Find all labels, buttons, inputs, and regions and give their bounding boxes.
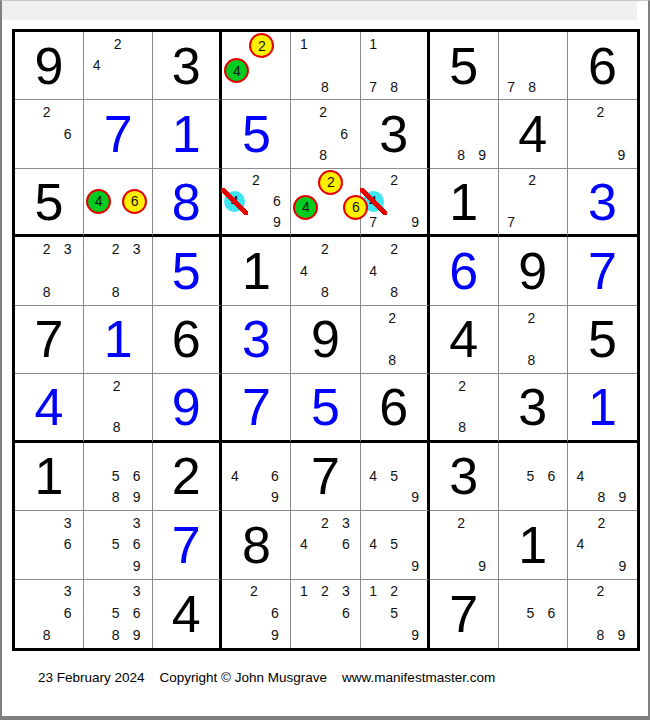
candidate-5: 5	[384, 603, 405, 624]
pencil-marks: 2469	[222, 169, 290, 234]
cell-r6c6[interactable]: 6	[361, 374, 430, 442]
candidate-4: 4	[363, 465, 384, 486]
cell-r2c4[interactable]: 5	[222, 100, 291, 168]
footer-date: 23 February 2024	[38, 670, 145, 685]
candidate-2-yellow: 2	[318, 170, 343, 195]
cell-r7c6[interactable]: 459	[361, 443, 430, 511]
candidate-9: 9	[264, 487, 285, 508]
cell-r2c8[interactable]: 4	[499, 100, 568, 168]
given-digit: 9	[35, 40, 64, 92]
cell-r3c9[interactable]: 3	[568, 169, 637, 237]
cell-r6c1[interactable]: 4	[15, 374, 84, 442]
candidate-8: 8	[314, 282, 335, 303]
solved-digit: 7	[104, 108, 133, 160]
candidate-9: 9	[126, 487, 147, 508]
cell-r7c9[interactable]: 489	[568, 443, 637, 511]
cell-r1c4[interactable]: 24	[222, 32, 291, 100]
cell-r1c1[interactable]: 9	[15, 32, 84, 100]
pencil-marks: 78	[499, 32, 567, 99]
footer-copyright: Copyright © John Musgrave	[160, 670, 328, 685]
candidate-2: 2	[382, 307, 403, 328]
candidate-9: 9	[405, 625, 426, 646]
cell-r9c3[interactable]: 4	[153, 580, 222, 648]
pencil-marks: 5689	[84, 443, 152, 510]
solved-digit: 5	[311, 381, 340, 433]
candidate-6: 6	[334, 123, 355, 144]
given-digit: 7	[449, 588, 478, 640]
candidate-2: 2	[314, 239, 335, 260]
cell-r9c7[interactable]: 7	[430, 580, 499, 648]
cell-r5c3[interactable]: 6	[153, 306, 222, 374]
cell-r5c5[interactable]: 9	[291, 306, 360, 374]
cell-r3c3[interactable]: 8	[153, 169, 222, 237]
candidate-3: 3	[126, 581, 147, 602]
cell-r8c2[interactable]: 3569	[84, 511, 153, 579]
cell-r3c8[interactable]: 27	[499, 169, 568, 237]
candidate-4-green: 4	[293, 195, 318, 220]
candidate-3: 3	[126, 239, 147, 260]
candidate-8: 8	[384, 282, 405, 303]
cell-r7c3[interactable]: 2	[153, 443, 222, 511]
given-digit: 5	[35, 176, 64, 228]
sudoku-board: 9243241817857862671526838942954682469246…	[12, 29, 640, 651]
candidate-8: 8	[452, 417, 473, 438]
pencil-marks: 178	[361, 32, 427, 99]
candidate-2: 2	[106, 375, 127, 396]
solved-digit: 1	[104, 313, 133, 365]
solved-digit: 4	[35, 381, 64, 433]
pencil-marks: 18	[291, 32, 359, 99]
candidate-8: 8	[522, 76, 543, 97]
candidate-9: 9	[612, 487, 633, 508]
pencil-marks: 2346	[291, 511, 359, 578]
given-digit: 5	[449, 40, 478, 92]
pencil-marks: 56	[499, 443, 567, 510]
cell-r6c2[interactable]: 28	[84, 374, 153, 442]
candidate-4: 4	[570, 534, 591, 555]
cell-r9c5[interactable]: 1236	[291, 580, 360, 648]
candidate-2: 2	[521, 307, 542, 328]
pencil-marks: 28	[84, 374, 152, 439]
candidate-4: 4	[224, 465, 245, 486]
candidate-1: 1	[293, 581, 314, 602]
cell-r7c7[interactable]: 3	[430, 443, 499, 511]
given-digit: 4	[449, 313, 478, 365]
candidate-2: 2	[36, 239, 57, 260]
pencil-marks: 249	[568, 511, 637, 578]
candidate-2: 2	[384, 581, 405, 602]
pencil-marks: 29	[430, 511, 498, 578]
cell-r1c7[interactable]: 5	[430, 32, 499, 100]
candidate-9: 9	[126, 555, 147, 576]
cell-r3c5[interactable]: 246	[291, 169, 360, 237]
candidate-9: 9	[472, 145, 493, 166]
candidate-2: 2	[243, 581, 264, 602]
candidate-8: 8	[36, 625, 57, 646]
candidate-2: 2	[591, 512, 612, 533]
pencil-marks: 268	[291, 100, 359, 167]
cell-r3c4[interactable]: 2469	[222, 169, 291, 237]
pencil-marks: 35689	[84, 580, 152, 648]
pencil-marks: 238	[15, 237, 83, 304]
candidate-3: 3	[335, 581, 356, 602]
candidate-7: 7	[363, 212, 384, 233]
cell-r4c5[interactable]: 248	[291, 237, 360, 305]
candidate-6: 6	[541, 603, 562, 624]
candidate-8: 8	[313, 145, 334, 166]
pencil-marks: 28	[430, 374, 498, 439]
cell-r2c3[interactable]: 1	[153, 100, 222, 168]
pencil-marks: 28	[361, 306, 427, 373]
title-bar	[2, 1, 637, 20]
pencil-marks: 289	[568, 580, 637, 648]
candidate-3: 3	[57, 239, 78, 260]
pencil-marks: 269	[222, 580, 290, 648]
given-digit: 7	[311, 450, 340, 502]
candidate-8: 8	[382, 350, 403, 371]
candidate-8: 8	[384, 76, 405, 97]
given-digit: 1	[242, 245, 271, 297]
pencil-marks: 238	[84, 237, 152, 304]
pencil-marks: 27	[499, 169, 567, 234]
cell-r5c8[interactable]: 28	[499, 306, 568, 374]
cell-r6c8[interactable]: 3	[499, 374, 568, 442]
candidate-7: 7	[363, 76, 384, 97]
candidate-4: 4	[86, 55, 107, 76]
given-digit: 7	[35, 313, 64, 365]
candidate-6: 6	[335, 534, 356, 555]
given-digit: 9	[518, 245, 547, 297]
given-digit: 9	[311, 313, 340, 365]
cell-r4c8[interactable]: 9	[499, 237, 568, 305]
cell-r9c9[interactable]: 289	[568, 580, 637, 648]
candidate-2: 2	[451, 512, 472, 533]
cell-r1c8[interactable]: 78	[499, 32, 568, 100]
candidate-2: 2	[313, 102, 334, 123]
candidate-1: 1	[363, 33, 384, 54]
candidate-5: 5	[105, 603, 126, 624]
candidate-4: 4	[363, 534, 384, 555]
cell-r4c7[interactable]: 6	[430, 237, 499, 305]
cell-r5c7[interactable]: 4	[430, 306, 499, 374]
candidate-6: 6	[335, 603, 356, 624]
candidate-9: 9	[612, 555, 633, 576]
candidate-8: 8	[590, 625, 611, 646]
candidate-4-green: 4	[224, 58, 249, 83]
candidate-4-green: 4	[86, 189, 111, 214]
cell-r7c4[interactable]: 469	[222, 443, 291, 511]
solved-digit: 9	[172, 381, 201, 433]
cell-r2c2[interactable]: 7	[84, 100, 153, 168]
cell-r6c4[interactable]: 7	[222, 374, 291, 442]
candidate-5: 5	[384, 534, 405, 555]
candidate-7: 7	[501, 211, 522, 232]
candidate-8: 8	[105, 625, 126, 646]
candidate-4: 4	[570, 465, 591, 486]
cell-r8c6[interactable]: 459	[361, 511, 430, 579]
given-digit: 3	[518, 381, 547, 433]
candidate-5: 5	[105, 465, 126, 486]
solved-digit: 8	[172, 176, 201, 228]
pencil-marks: 24	[84, 32, 152, 99]
candidate-8: 8	[105, 487, 126, 508]
candidate-9: 9	[264, 625, 285, 646]
given-digit: 6	[588, 40, 617, 92]
given-digit: 1	[518, 519, 547, 571]
candidate-8: 8	[105, 282, 126, 303]
cell-r5c2[interactable]: 1	[84, 306, 153, 374]
candidate-6: 6	[126, 465, 147, 486]
cell-r5c6[interactable]: 28	[361, 306, 430, 374]
given-digit: 4	[518, 108, 547, 160]
pencil-marks: 459	[361, 511, 427, 578]
candidate-4: 4	[293, 260, 314, 281]
candidate-6-yellow: 6	[122, 189, 147, 214]
cell-r5c9[interactable]: 5	[568, 306, 637, 374]
cell-r5c1[interactable]: 7	[15, 306, 84, 374]
cell-r7c1[interactable]: 1	[15, 443, 84, 511]
footer: 23 February 2024 Copyright © John Musgra…	[38, 670, 495, 685]
candidate-2-yellow: 2	[249, 33, 274, 58]
given-digit: 1	[35, 450, 64, 502]
pencil-marks: 2479	[361, 169, 427, 234]
cell-r3c2[interactable]: 46	[84, 169, 153, 237]
cell-r6c9[interactable]: 1	[568, 374, 637, 442]
footer-website: www.manifestmaster.com	[342, 670, 495, 685]
pencil-marks: 469	[222, 443, 290, 510]
candidate-1: 1	[363, 581, 384, 602]
cell-r1c5[interactable]: 18	[291, 32, 360, 100]
candidate-2: 2	[105, 239, 126, 260]
candidate-6: 6	[57, 534, 78, 555]
candidate-9: 9	[126, 625, 147, 646]
solved-digit: 1	[588, 381, 617, 433]
cell-r9c1[interactable]: 368	[15, 580, 84, 648]
given-digit: 6	[379, 381, 408, 433]
candidate-2: 2	[384, 170, 405, 191]
candidate-9: 9	[405, 212, 426, 233]
candidate-6: 6	[266, 191, 287, 212]
candidate-3: 3	[335, 512, 356, 533]
candidate-5: 5	[520, 465, 541, 486]
cell-r4c6[interactable]: 248	[361, 237, 430, 305]
candidate-2: 2	[107, 33, 128, 54]
candidate-5: 5	[384, 465, 405, 486]
cell-r4c4[interactable]: 1	[222, 237, 291, 305]
cell-r7c2[interactable]: 5689	[84, 443, 153, 511]
solved-digit: 3	[242, 313, 271, 365]
cell-r9c8[interactable]: 56	[499, 580, 568, 648]
solved-digit: 5	[242, 108, 271, 160]
cell-r8c3[interactable]: 7	[153, 511, 222, 579]
candidate-6: 6	[57, 123, 78, 144]
pencil-marks: 89	[430, 100, 498, 167]
candidate-3: 3	[57, 512, 78, 533]
candidate-6: 6	[126, 603, 147, 624]
given-digit: 3	[449, 450, 478, 502]
cell-r4c2[interactable]: 238	[84, 237, 153, 305]
candidate-6: 6	[264, 603, 285, 624]
pencil-marks: 56	[499, 580, 567, 648]
given-digit: 6	[172, 313, 201, 365]
pencil-marks: 248	[291, 237, 359, 304]
pencil-marks: 3569	[84, 511, 152, 578]
given-digit: 3	[172, 40, 201, 92]
cell-r1c2[interactable]: 24	[84, 32, 153, 100]
pencil-marks: 1259	[361, 580, 427, 648]
candidate-7: 7	[501, 76, 522, 97]
candidate-5: 5	[520, 603, 541, 624]
cell-r1c6[interactable]: 178	[361, 32, 430, 100]
solved-digit: 1	[172, 108, 201, 160]
candidate-4: 4	[363, 260, 384, 281]
pencil-marks: 459	[361, 443, 427, 510]
cell-r1c3[interactable]: 3	[153, 32, 222, 100]
candidate-6: 6	[126, 534, 147, 555]
solved-digit: 6	[449, 245, 478, 297]
candidate-2: 2	[314, 581, 335, 602]
candidate-9: 9	[405, 487, 426, 508]
cell-r3c7[interactable]: 1	[430, 169, 499, 237]
pencil-marks: 368	[15, 580, 83, 648]
cell-r9c6[interactable]: 1259	[361, 580, 430, 648]
candidate-8: 8	[591, 487, 612, 508]
candidate-2: 2	[590, 581, 611, 602]
cell-r3c6[interactable]: 2479	[361, 169, 430, 237]
candidate-5: 5	[105, 534, 126, 555]
candidate-9: 9	[405, 555, 426, 576]
candidate-8: 8	[314, 76, 335, 97]
solved-digit: 7	[172, 519, 201, 571]
app-window: 9243241817857862671526838942954682469246…	[0, 0, 650, 720]
cell-r8c4[interactable]: 8	[222, 511, 291, 579]
cell-r4c1[interactable]: 238	[15, 237, 84, 305]
cell-r6c7[interactable]: 28	[430, 374, 499, 442]
candidate-6: 6	[57, 603, 78, 624]
cell-r5c4[interactable]: 3	[222, 306, 291, 374]
given-digit: 5	[588, 313, 617, 365]
cell-r8c7[interactable]: 29	[430, 511, 499, 579]
cell-r2c1[interactable]: 26	[15, 100, 84, 168]
pencil-marks: 26	[15, 100, 83, 167]
candidate-6: 6	[541, 465, 562, 486]
candidate-9: 9	[611, 145, 632, 166]
solved-digit: 7	[588, 245, 617, 297]
pencil-marks: 36	[15, 511, 83, 578]
candidate-2: 2	[36, 102, 57, 123]
pencil-marks: 46	[84, 169, 152, 234]
cell-r2c7[interactable]: 89	[430, 100, 499, 168]
pencil-marks: 28	[499, 306, 567, 373]
cell-r4c9[interactable]: 7	[568, 237, 637, 305]
candidate-2: 2	[590, 102, 611, 123]
cell-r1c9[interactable]: 6	[568, 32, 637, 100]
cell-r7c8[interactable]: 56	[499, 443, 568, 511]
candidate-3: 3	[57, 581, 78, 602]
candidate-2: 2	[522, 170, 543, 191]
cell-r2c9[interactable]: 29	[568, 100, 637, 168]
candidate-2: 2	[245, 170, 266, 191]
given-digit: 3	[379, 108, 408, 160]
candidate-9: 9	[266, 212, 287, 233]
pencil-marks: 29	[568, 100, 637, 167]
cell-r8c1[interactable]: 36	[15, 511, 84, 579]
cell-r3c1[interactable]: 5	[15, 169, 84, 237]
cell-r9c2[interactable]: 35689	[84, 580, 153, 648]
cell-r8c8[interactable]: 1	[499, 511, 568, 579]
cell-r2c6[interactable]: 3	[361, 100, 430, 168]
candidate-8: 8	[521, 350, 542, 371]
candidate-6: 6	[264, 465, 285, 486]
given-digit: 1	[449, 176, 478, 228]
pencil-marks: 1236	[291, 580, 359, 648]
candidate-9: 9	[472, 555, 493, 576]
pencil-marks: 489	[568, 443, 637, 510]
given-digit: 4	[172, 588, 201, 640]
solved-digit: 7	[242, 381, 271, 433]
cell-r6c5[interactable]: 5	[291, 374, 360, 442]
candidate-3: 3	[126, 512, 147, 533]
cell-r4c3[interactable]: 5	[153, 237, 222, 305]
pencil-marks: 246	[291, 169, 359, 234]
pencil-marks: 248	[361, 237, 427, 304]
cell-r8c9[interactable]: 249	[568, 511, 637, 579]
given-digit: 8	[242, 519, 271, 571]
cell-r2c5[interactable]: 268	[291, 100, 360, 168]
cell-r8c5[interactable]: 2346	[291, 511, 360, 579]
candidate-8: 8	[36, 282, 57, 303]
candidate-2: 2	[384, 239, 405, 260]
candidate-4: 4	[293, 534, 314, 555]
candidate-2: 2	[452, 375, 473, 396]
candidate-8: 8	[451, 145, 472, 166]
cell-r9c4[interactable]: 269	[222, 580, 291, 648]
cell-r7c5[interactable]: 7	[291, 443, 360, 511]
candidate-9: 9	[611, 625, 632, 646]
candidate-4-cyanx: 4	[224, 191, 245, 212]
candidate-2: 2	[314, 512, 335, 533]
cell-r6c3[interactable]: 9	[153, 374, 222, 442]
given-digit: 2	[172, 450, 201, 502]
candidate-8: 8	[106, 417, 127, 438]
solved-digit: 5	[172, 245, 201, 297]
solved-digit: 3	[588, 176, 617, 228]
pencil-marks: 24	[222, 32, 290, 99]
candidate-1: 1	[293, 33, 314, 54]
